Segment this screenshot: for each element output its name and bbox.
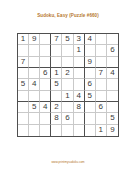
sudoku-cell-r5c7: 6 [85, 79, 96, 90]
sudoku-cell-r3c9[interactable] [107, 57, 118, 68]
sudoku-cell-r1c5: 5 [62, 34, 73, 45]
sudoku-cell-r8c7[interactable] [85, 113, 96, 124]
sudoku-cell-r3c3[interactable] [40, 57, 51, 68]
sudoku-cell-r8c6[interactable] [74, 113, 85, 124]
sudoku-cell-r7c2: 5 [29, 102, 40, 113]
sudoku-cell-r8c9: 5 [107, 113, 118, 124]
sudoku-cell-r5c4: 5 [51, 79, 62, 90]
sudoku-cell-r2c4[interactable] [51, 45, 62, 56]
sudoku-cell-r1c6: 3 [74, 34, 85, 45]
sudoku-cell-r1c1: 1 [18, 34, 29, 45]
sudoku-cell-r4c3: 6 [40, 68, 51, 79]
sudoku-cell-r6c3[interactable] [40, 91, 51, 102]
sudoku-cell-r7c1[interactable] [18, 102, 29, 113]
sudoku-cell-r6c1[interactable] [18, 91, 29, 102]
sudoku-cell-r4c2[interactable] [29, 68, 40, 79]
sudoku-cell-r1c3[interactable] [40, 34, 51, 45]
sudoku-cell-r9c4[interactable] [51, 125, 62, 136]
footer-url: www.printmysudoku.com [0, 160, 136, 164]
sudoku-cell-r2c7[interactable] [85, 45, 96, 56]
sudoku-cell-r5c6[interactable] [74, 79, 85, 90]
sudoku-cell-r3c1: 7 [18, 57, 29, 68]
sudoku-cell-r9c6[interactable] [74, 125, 85, 136]
sudoku-cell-r2c6: 1 [74, 45, 85, 56]
sudoku-cell-r7c5[interactable] [62, 102, 73, 113]
sudoku-cell-r2c2[interactable] [29, 45, 40, 56]
sudoku-cell-r4c4: 1 [51, 68, 62, 79]
sudoku-cell-r6c5: 1 [62, 91, 73, 102]
sudoku-cell-r3c7: 9 [85, 57, 96, 68]
sudoku-cell-r6c4[interactable] [51, 91, 62, 102]
sudoku-cell-r9c8: 1 [96, 125, 107, 136]
sudoku-cell-r9c3[interactable] [40, 125, 51, 136]
sudoku-cell-r9c9: 9 [107, 125, 118, 136]
sudoku-cell-r8c3[interactable] [40, 113, 51, 124]
sudoku-cell-r2c8[interactable] [96, 45, 107, 56]
sudoku-cell-r4c7[interactable] [85, 68, 96, 79]
sudoku-cell-r6c7: 5 [85, 91, 96, 102]
sudoku-cell-r4c5: 2 [62, 68, 73, 79]
sudoku-cell-r4c9: 4 [107, 68, 118, 79]
sudoku-cell-r7c9[interactable] [107, 102, 118, 113]
sudoku-cell-r3c5[interactable] [62, 57, 73, 68]
sudoku-cell-r9c1[interactable] [18, 125, 29, 136]
sudoku-cell-r8c5: 6 [62, 113, 73, 124]
sudoku-cell-r8c1[interactable] [18, 113, 29, 124]
sudoku-cell-r3c8[interactable] [96, 57, 107, 68]
sudoku-cell-r6c9[interactable] [107, 91, 118, 102]
sudoku-cell-r4c8: 7 [96, 68, 107, 79]
sudoku-page: Sudoku, Easy (Puzzle #660) 1975341679612… [0, 0, 136, 176]
sudoku-cell-r8c4: 8 [51, 113, 62, 124]
sudoku-cell-r3c2[interactable] [29, 57, 40, 68]
sudoku-cell-r6c8[interactable] [96, 91, 107, 102]
sudoku-cell-r7c4: 2 [51, 102, 62, 113]
sudoku-cell-r1c2: 9 [29, 34, 40, 45]
sudoku-cell-r1c9[interactable] [107, 34, 118, 45]
sudoku-cell-r8c8[interactable] [96, 113, 107, 124]
sudoku-cell-r8c2[interactable] [29, 113, 40, 124]
sudoku-cell-r4c1[interactable] [18, 68, 29, 79]
sudoku-cell-r6c2[interactable] [29, 91, 40, 102]
sudoku-cell-r3c4[interactable] [51, 57, 62, 68]
sudoku-cell-r5c8[interactable] [96, 79, 107, 90]
sudoku-cell-r4c6[interactable] [74, 68, 85, 79]
sudoku-cell-r7c6: 8 [74, 102, 85, 113]
sudoku-cell-r2c3[interactable] [40, 45, 51, 56]
sudoku-cell-r1c4: 7 [51, 34, 62, 45]
sudoku-cell-r5c1: 5 [18, 79, 29, 90]
sudoku-cell-r9c7[interactable] [85, 125, 96, 136]
sudoku-cell-r6c6: 4 [74, 91, 85, 102]
sudoku-cell-r5c9[interactable] [107, 79, 118, 90]
sudoku-cell-r2c9: 6 [107, 45, 118, 56]
sudoku-cell-r7c7[interactable] [85, 102, 96, 113]
sudoku-cell-r3c6[interactable] [74, 57, 85, 68]
sudoku-cell-r2c5[interactable] [62, 45, 73, 56]
sudoku-cell-r5c2: 4 [29, 79, 40, 90]
sudoku-cell-r5c5[interactable] [62, 79, 73, 90]
sudoku-cell-r9c2[interactable] [29, 125, 40, 136]
sudoku-cell-r1c7: 4 [85, 34, 96, 45]
sudoku-cell-r7c8: 6 [96, 102, 107, 113]
sudoku-cell-r1c8[interactable] [96, 34, 107, 45]
sudoku-cell-r5c3[interactable] [40, 79, 51, 90]
sudoku-cell-r9c5[interactable] [62, 125, 73, 136]
sudoku-board: 19753416796127454561455428686519 [17, 33, 119, 137]
sudoku-cell-r7c3: 4 [40, 102, 51, 113]
sudoku-cell-r2c1[interactable] [18, 45, 29, 56]
page-title: Sudoku, Easy (Puzzle #660) [0, 13, 136, 18]
